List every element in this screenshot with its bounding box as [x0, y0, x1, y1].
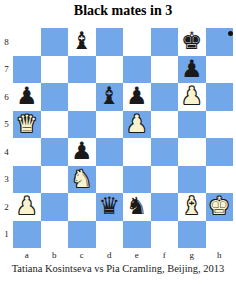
square-e2[interactable]: ♞: [123, 193, 151, 221]
square-h1[interactable]: [206, 221, 234, 249]
file-label-e: e: [123, 248, 151, 262]
square-f8[interactable]: [151, 28, 179, 56]
puzzle-title: Black mates in 3: [13, 3, 233, 19]
game-caption: Tatiana Kosintseva vs Pia Cramling, Beij…: [0, 263, 236, 274]
square-h4[interactable]: [206, 138, 234, 166]
square-b5[interactable]: [41, 111, 69, 139]
piece-black-bishop-c8[interactable]: ♝: [68, 28, 96, 56]
square-a3[interactable]: [13, 166, 41, 194]
square-a7[interactable]: [13, 56, 41, 84]
square-h3[interactable]: [206, 166, 234, 194]
square-b7[interactable]: [41, 56, 69, 84]
piece-white-pawn-a2[interactable]: ♟: [13, 193, 41, 221]
square-d1[interactable]: [96, 221, 124, 249]
square-d6[interactable]: ♝: [96, 83, 124, 111]
piece-black-pawn-a6[interactable]: ♟: [13, 83, 41, 111]
square-g6[interactable]: ♟: [178, 83, 206, 111]
piece-white-king-h2[interactable]: ♚: [206, 193, 234, 221]
square-c6[interactable]: [68, 83, 96, 111]
piece-white-queen-a5[interactable]: ♛: [13, 111, 41, 139]
square-c4[interactable]: ♟: [68, 138, 96, 166]
square-e6[interactable]: ♟: [123, 83, 151, 111]
square-c7[interactable]: [68, 56, 96, 84]
square-b2[interactable]: [41, 193, 69, 221]
piece-black-bishop-d6[interactable]: ♝: [96, 83, 124, 111]
rank-label-2: 2: [0, 193, 13, 221]
square-e1[interactable]: [123, 221, 151, 249]
file-label-h: h: [206, 248, 234, 262]
file-label-f: f: [151, 248, 179, 262]
square-e4[interactable]: [123, 138, 151, 166]
rank-label-7: 7: [0, 56, 13, 84]
file-labels: abcdefgh: [13, 248, 233, 262]
square-g2[interactable]: ♝: [178, 193, 206, 221]
rank-label-3: 3: [0, 166, 13, 194]
rank-labels: 87654321: [0, 28, 13, 248]
square-b6[interactable]: [41, 83, 69, 111]
square-b8[interactable]: [41, 28, 69, 56]
square-f3[interactable]: [151, 166, 179, 194]
piece-black-knight-e2[interactable]: ♞: [123, 193, 151, 221]
square-d5[interactable]: [96, 111, 124, 139]
square-f2[interactable]: [151, 193, 179, 221]
square-a1[interactable]: [13, 221, 41, 249]
chess-board[interactable]: ♝♚♟♟♝♟♟♛♟♟♞♟♛♞♝♚: [13, 28, 233, 248]
black-to-move-indicator: [228, 31, 233, 36]
square-g1[interactable]: [178, 221, 206, 249]
square-b3[interactable]: [41, 166, 69, 194]
piece-white-knight-c3[interactable]: ♞: [68, 166, 96, 194]
square-g7[interactable]: ♟: [178, 56, 206, 84]
square-a6[interactable]: ♟: [13, 83, 41, 111]
square-d3[interactable]: [96, 166, 124, 194]
square-g5[interactable]: [178, 111, 206, 139]
square-e7[interactable]: [123, 56, 151, 84]
square-c2[interactable]: [68, 193, 96, 221]
piece-white-pawn-e5[interactable]: ♟: [123, 111, 151, 139]
square-a5[interactable]: ♛: [13, 111, 41, 139]
square-h5[interactable]: [206, 111, 234, 139]
square-g3[interactable]: [178, 166, 206, 194]
square-f4[interactable]: [151, 138, 179, 166]
piece-black-pawn-g7[interactable]: ♟: [178, 56, 206, 84]
square-c1[interactable]: [68, 221, 96, 249]
rank-label-1: 1: [0, 221, 13, 249]
square-f6[interactable]: [151, 83, 179, 111]
square-g8[interactable]: ♚: [178, 28, 206, 56]
rank-label-8: 8: [0, 28, 13, 56]
square-a4[interactable]: [13, 138, 41, 166]
piece-black-queen-d2[interactable]: ♛: [96, 193, 124, 221]
square-b1[interactable]: [41, 221, 69, 249]
piece-black-pawn-c4[interactable]: ♟: [68, 138, 96, 166]
square-h2[interactable]: ♚: [206, 193, 234, 221]
square-c8[interactable]: ♝: [68, 28, 96, 56]
rank-label-5: 5: [0, 111, 13, 139]
file-label-b: b: [41, 248, 69, 262]
square-f1[interactable]: [151, 221, 179, 249]
square-a2[interactable]: ♟: [13, 193, 41, 221]
square-g4[interactable]: [178, 138, 206, 166]
square-b4[interactable]: [41, 138, 69, 166]
file-label-a: a: [13, 248, 41, 262]
square-c5[interactable]: [68, 111, 96, 139]
piece-black-pawn-e6[interactable]: ♟: [123, 83, 151, 111]
piece-white-bishop-g2[interactable]: ♝: [178, 193, 206, 221]
square-e8[interactable]: [123, 28, 151, 56]
square-a8[interactable]: [13, 28, 41, 56]
square-d7[interactable]: [96, 56, 124, 84]
piece-white-pawn-g6[interactable]: ♟: [178, 83, 206, 111]
square-e5[interactable]: ♟: [123, 111, 151, 139]
square-d2[interactable]: ♛: [96, 193, 124, 221]
piece-black-king-g8[interactable]: ♚: [178, 28, 206, 56]
rank-label-4: 4: [0, 138, 13, 166]
file-label-d: d: [96, 248, 124, 262]
file-label-g: g: [178, 248, 206, 262]
square-d8[interactable]: [96, 28, 124, 56]
square-h6[interactable]: [206, 83, 234, 111]
square-f7[interactable]: [151, 56, 179, 84]
file-label-c: c: [68, 248, 96, 262]
square-e3[interactable]: [123, 166, 151, 194]
rank-label-6: 6: [0, 83, 13, 111]
square-f5[interactable]: [151, 111, 179, 139]
square-d4[interactable]: [96, 138, 124, 166]
square-c3[interactable]: ♞: [68, 166, 96, 194]
square-h7[interactable]: [206, 56, 234, 84]
